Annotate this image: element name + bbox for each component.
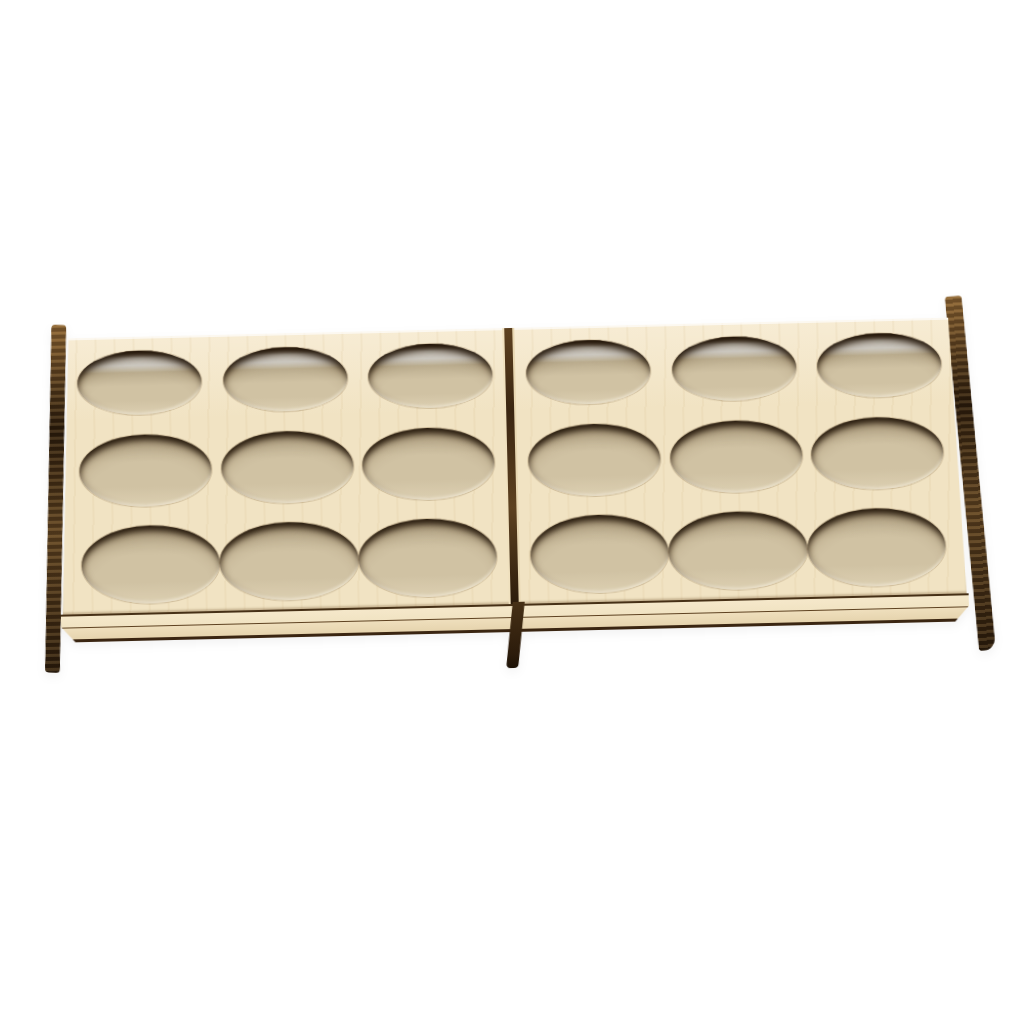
hole-R02-empty xyxy=(816,332,941,399)
hole-R12-empty xyxy=(810,415,944,490)
hole-R21-empty xyxy=(668,510,808,591)
hole-L01-empty xyxy=(222,346,347,413)
wooden-tray xyxy=(32,301,992,675)
hole-L11-empty xyxy=(220,429,354,504)
center-divider xyxy=(502,328,520,604)
tray-top-panel xyxy=(56,317,966,614)
hole-row xyxy=(524,507,953,595)
hole-R11-empty xyxy=(669,419,803,494)
hole-R10-empty xyxy=(528,422,662,497)
hole-row xyxy=(522,415,951,497)
left-hole-panel xyxy=(71,336,504,605)
hole-R20-empty xyxy=(530,513,670,594)
hole-row xyxy=(73,426,502,508)
hole-R22-empty xyxy=(806,507,946,588)
hole-row xyxy=(71,342,499,416)
hole-L20-empty xyxy=(81,524,221,605)
hole-R00-empty xyxy=(526,339,651,406)
right-hole-panel xyxy=(519,326,952,595)
hole-row xyxy=(75,517,504,605)
hole-L00-empty xyxy=(77,349,202,416)
hole-L21-empty xyxy=(219,521,359,602)
hole-L10-empty xyxy=(79,433,213,508)
hole-row xyxy=(520,332,948,406)
product-photo-canvas xyxy=(0,0,1024,1024)
hole-L22-empty xyxy=(357,517,497,598)
hole-L12-empty xyxy=(362,426,496,501)
hole-L02-empty xyxy=(368,342,493,409)
hole-R01-empty xyxy=(671,335,796,402)
